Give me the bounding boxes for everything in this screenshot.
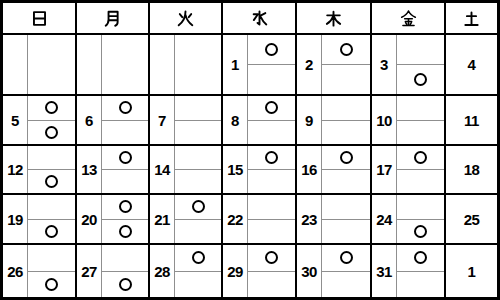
circle-mark xyxy=(45,225,58,238)
kanji-fire-icon xyxy=(176,9,195,28)
circle-mark xyxy=(45,278,58,291)
date-number: 18 xyxy=(464,161,480,178)
mark-area xyxy=(396,146,444,193)
date-number: 15 xyxy=(223,146,247,193)
mark-slot-top[interactable] xyxy=(28,96,75,120)
mark-slot-top[interactable] xyxy=(175,146,221,169)
mark-slot-top[interactable] xyxy=(322,35,370,64)
circle-mark xyxy=(414,73,427,86)
date-number: 29 xyxy=(223,245,247,297)
day-cell-17[interactable]: 17 xyxy=(372,146,446,195)
mark-area xyxy=(321,96,370,144)
day-cell-22[interactable]: 22 xyxy=(223,195,297,245)
mark-slot-top[interactable] xyxy=(248,245,295,271)
kanji-water-icon xyxy=(250,9,269,28)
day-cell-empty[interactable] xyxy=(3,35,77,96)
date-number: 30 xyxy=(297,245,321,297)
circle-mark xyxy=(414,151,427,164)
mark-slot-top[interactable] xyxy=(397,146,444,169)
day-header-sun xyxy=(3,3,77,35)
mark-slot-top[interactable] xyxy=(397,195,444,219)
date-number: 17 xyxy=(372,146,396,193)
day-header-mon xyxy=(77,3,150,35)
day-cell-2[interactable]: 2 xyxy=(297,35,372,96)
mark-slot-top[interactable] xyxy=(102,195,148,219)
mark-slot-bottom[interactable] xyxy=(397,169,444,193)
circle-mark xyxy=(45,175,58,188)
day-cell-11[interactable]: 11 xyxy=(446,96,497,146)
day-cell-31[interactable]: 31 xyxy=(372,245,446,297)
day-cell-3[interactable]: 3 xyxy=(372,35,446,96)
circle-mark xyxy=(192,200,205,213)
calendar-grid: 1234567891011121314151617181920212223242… xyxy=(0,0,500,300)
day-cell-empty[interactable] xyxy=(150,35,223,96)
date-number: 21 xyxy=(150,195,174,243)
mark-slot-top[interactable] xyxy=(322,146,370,169)
mark-slot-bottom[interactable] xyxy=(322,120,370,145)
mark-slot-bottom[interactable] xyxy=(322,271,370,298)
date-number: 6 xyxy=(77,96,101,144)
date-number: 12 xyxy=(3,146,27,193)
mark-slot-bottom[interactable] xyxy=(102,169,148,193)
mark-slot-bottom[interactable] xyxy=(248,64,295,94)
mark-slot-bottom[interactable] xyxy=(322,219,370,244)
mark-slot-bottom[interactable] xyxy=(175,169,221,193)
mark-slot-top[interactable] xyxy=(397,245,444,271)
mark-slot-bottom[interactable] xyxy=(397,271,444,298)
day-cell-18[interactable]: 18 xyxy=(446,146,497,195)
circle-mark xyxy=(119,151,132,164)
date-number: 13 xyxy=(77,146,101,193)
day-header-sat xyxy=(446,3,497,35)
date-number: 2 xyxy=(297,35,321,94)
mark-area xyxy=(174,195,221,243)
day-cell-7[interactable]: 7 xyxy=(150,96,223,146)
mark-slot-top[interactable] xyxy=(28,245,75,271)
mark-area xyxy=(247,96,295,144)
mark-area xyxy=(247,245,295,297)
mark-area xyxy=(247,146,295,193)
mark-slot-bottom[interactable] xyxy=(102,271,148,298)
mark-area xyxy=(27,96,75,144)
mark-slot-bottom[interactable] xyxy=(397,120,444,145)
date-number: 28 xyxy=(150,245,174,297)
day-cell-28[interactable]: 28 xyxy=(150,245,223,297)
circle-mark xyxy=(414,225,427,238)
mark-slot-top[interactable] xyxy=(322,195,370,219)
mark-slot-top[interactable] xyxy=(175,96,221,120)
day-header-thu xyxy=(297,3,372,35)
date-number: 26 xyxy=(3,245,27,297)
mark-area xyxy=(396,35,444,94)
mark-slot-bottom[interactable] xyxy=(28,169,75,193)
mark-slot-top[interactable] xyxy=(397,96,444,120)
mark-area xyxy=(247,195,295,243)
circle-mark xyxy=(265,101,278,114)
mark-area xyxy=(174,245,221,297)
day-cell-13[interactable]: 13 xyxy=(77,146,150,195)
mark-area xyxy=(174,35,221,94)
date-number xyxy=(150,35,174,94)
circle-mark xyxy=(265,251,278,264)
day-cell-26[interactable]: 26 xyxy=(3,245,77,297)
date-number: 23 xyxy=(297,195,321,243)
mark-area xyxy=(321,35,370,94)
mark-slot-bottom[interactable] xyxy=(28,271,75,298)
day-cell-8[interactable]: 8 xyxy=(223,96,297,146)
day-cell-1[interactable]: 1 xyxy=(223,35,297,96)
mark-area xyxy=(101,146,148,193)
mark-area xyxy=(27,245,75,297)
mark-area xyxy=(101,245,148,297)
date-number: 27 xyxy=(77,245,101,297)
date-number: 8 xyxy=(223,96,247,144)
mark-slot-top[interactable] xyxy=(102,146,148,169)
mark-slot-bottom[interactable] xyxy=(397,64,444,94)
mark-area xyxy=(321,146,370,193)
date-number: 9 xyxy=(297,96,321,144)
date-number: 22 xyxy=(223,195,247,243)
circle-mark xyxy=(340,251,353,264)
date-number: 19 xyxy=(3,195,27,243)
day-cell-12[interactable]: 12 xyxy=(3,146,77,195)
day-header-fri xyxy=(372,3,446,35)
day-cell-16[interactable]: 16 xyxy=(297,146,372,195)
mark-slot-top[interactable] xyxy=(28,146,75,169)
mark-area xyxy=(101,96,148,144)
circle-mark xyxy=(119,200,132,213)
date-number xyxy=(77,35,101,94)
date-number: 1 xyxy=(223,35,247,94)
day-header-wed xyxy=(223,3,297,35)
date-number: 10 xyxy=(372,96,396,144)
circle-mark xyxy=(340,151,353,164)
date-number: 24 xyxy=(372,195,396,243)
circle-mark xyxy=(414,251,427,264)
mark-area xyxy=(27,195,75,243)
date-number: 16 xyxy=(297,146,321,193)
mark-slot-top[interactable] xyxy=(397,35,444,64)
day-cell-27[interactable]: 27 xyxy=(77,245,150,297)
mark-area xyxy=(101,35,148,94)
day-cell-29[interactable]: 29 xyxy=(223,245,297,297)
kanji-earth-icon xyxy=(462,9,481,28)
day-cell-empty[interactable] xyxy=(77,35,150,96)
date-number: 7 xyxy=(150,96,174,144)
mark-area xyxy=(396,245,444,297)
mark-slot-bottom[interactable] xyxy=(175,219,221,244)
day-cell-5[interactable]: 5 xyxy=(3,96,77,146)
mark-slot-bottom[interactable] xyxy=(28,65,75,95)
mark-area xyxy=(174,96,221,144)
date-number: 14 xyxy=(150,146,174,193)
circle-mark xyxy=(45,126,58,139)
mark-area xyxy=(247,35,295,94)
mark-slot-top[interactable] xyxy=(102,245,148,271)
kanji-gold-icon xyxy=(399,9,418,28)
mark-slot-bottom[interactable] xyxy=(102,65,148,95)
mark-slot-bottom[interactable] xyxy=(248,219,295,244)
mark-slot-top[interactable] xyxy=(175,245,221,271)
mark-slot-bottom[interactable] xyxy=(248,120,295,145)
mark-slot-top[interactable] xyxy=(248,96,295,120)
mark-area xyxy=(321,195,370,243)
mark-slot-bottom[interactable] xyxy=(28,120,75,145)
kanji-tree-icon xyxy=(324,9,343,28)
circle-mark xyxy=(119,225,132,238)
day-cell-19[interactable]: 19 xyxy=(3,195,77,245)
day-cell-6[interactable]: 6 xyxy=(77,96,150,146)
mark-slot-top[interactable] xyxy=(102,35,148,65)
circle-mark xyxy=(265,151,278,164)
mark-slot-bottom[interactable] xyxy=(175,120,221,145)
kanji-sun-icon xyxy=(30,9,49,28)
day-cell-25[interactable]: 25 xyxy=(446,195,497,245)
circle-mark xyxy=(340,43,353,56)
day-cell-9[interactable]: 9 xyxy=(297,96,372,146)
date-number: 3 xyxy=(372,35,396,94)
circle-mark xyxy=(119,101,132,114)
day-cell-14[interactable]: 14 xyxy=(150,146,223,195)
mark-area xyxy=(27,146,75,193)
date-number: 31 xyxy=(372,245,396,297)
mark-slot-bottom[interactable] xyxy=(102,219,148,244)
mark-slot-top[interactable] xyxy=(175,195,221,219)
date-number xyxy=(3,35,27,94)
mark-slot-bottom[interactable] xyxy=(28,219,75,244)
day-cell-10[interactable]: 10 xyxy=(372,96,446,146)
date-number: 4 xyxy=(468,56,476,73)
mark-slot-top[interactable] xyxy=(248,146,295,169)
mark-area xyxy=(321,245,370,297)
day-cell-15[interactable]: 15 xyxy=(223,146,297,195)
date-number: 1 xyxy=(468,263,476,280)
mark-area xyxy=(396,195,444,243)
day-cell-24[interactable]: 24 xyxy=(372,195,446,245)
mark-slot-top[interactable] xyxy=(248,35,295,64)
day-cell-23[interactable]: 23 xyxy=(297,195,372,245)
day-header-tue xyxy=(150,3,223,35)
mark-slot-bottom[interactable] xyxy=(102,120,148,145)
day-cell-4[interactable]: 4 xyxy=(446,35,497,96)
mark-slot-bottom[interactable] xyxy=(175,271,221,298)
circle-mark xyxy=(192,251,205,264)
mark-slot-top[interactable] xyxy=(28,195,75,219)
mark-slot-top[interactable] xyxy=(248,195,295,219)
mark-area xyxy=(174,146,221,193)
mark-slot-bottom[interactable] xyxy=(248,169,295,193)
kanji-moon-icon xyxy=(103,9,122,28)
mark-slot-bottom[interactable] xyxy=(175,65,221,95)
mark-slot-bottom[interactable] xyxy=(322,64,370,94)
circle-mark xyxy=(119,278,132,291)
date-number: 5 xyxy=(3,96,27,144)
date-number: 11 xyxy=(464,112,479,129)
date-number: 25 xyxy=(464,211,480,228)
mark-area xyxy=(27,35,75,94)
date-number: 20 xyxy=(77,195,101,243)
mark-slot-bottom[interactable] xyxy=(397,219,444,244)
mark-slot-top[interactable] xyxy=(175,35,221,65)
circle-mark xyxy=(45,101,58,114)
mark-slot-top[interactable] xyxy=(102,96,148,120)
mark-slot-top[interactable] xyxy=(322,96,370,120)
day-cell-1[interactable]: 1 xyxy=(446,245,497,297)
mark-slot-top[interactable] xyxy=(28,35,75,65)
mark-slot-top[interactable] xyxy=(322,245,370,271)
day-cell-30[interactable]: 30 xyxy=(297,245,372,297)
day-cell-21[interactable]: 21 xyxy=(150,195,223,245)
mark-slot-bottom[interactable] xyxy=(322,169,370,193)
mark-area xyxy=(396,96,444,144)
day-cell-20[interactable]: 20 xyxy=(77,195,150,245)
circle-mark xyxy=(265,43,278,56)
mark-slot-bottom[interactable] xyxy=(248,271,295,298)
mark-area xyxy=(101,195,148,243)
